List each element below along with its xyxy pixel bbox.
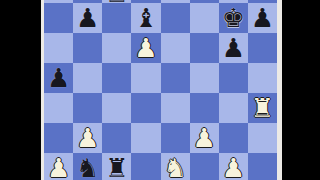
- square-a7: [44, 3, 73, 33]
- square-h6: [248, 33, 277, 63]
- piece-white-pawn-g2: ♟: [222, 155, 245, 180]
- square-a4: [44, 93, 73, 123]
- square-f6: [190, 33, 219, 63]
- chess-screenshot: ♜♟♝♚♟♟♟♟♜♟♟♟♞♜♞♟: [0, 0, 320, 180]
- square-e6: [161, 33, 190, 63]
- piece-black-pawn-a5: ♟: [47, 65, 70, 91]
- piece-white-knight-e2: ♞: [163, 155, 186, 180]
- piece-black-rook-c2: ♜: [105, 155, 128, 180]
- square-h2: [248, 153, 277, 180]
- square-c3: [102, 123, 131, 153]
- square-e2: ♞: [161, 153, 190, 180]
- square-e3: [161, 123, 190, 153]
- square-d7: ♝: [131, 3, 160, 33]
- piece-black-pawn-h7: ♟: [251, 5, 274, 31]
- chess-board: ♜♟♝♚♟♟♟♟♜♟♟♟♞♜♞♟: [44, 0, 277, 180]
- square-e4: [161, 93, 190, 123]
- square-h5: [248, 63, 277, 93]
- square-e5: [161, 63, 190, 93]
- square-f4: [190, 93, 219, 123]
- square-b4: [73, 93, 102, 123]
- piece-black-rook-c8: ♜: [105, 0, 128, 6]
- board-border-right: [277, 0, 282, 180]
- square-e7: [161, 3, 190, 33]
- square-f3: ♟: [190, 123, 219, 153]
- square-b6: [73, 33, 102, 63]
- square-a3: [44, 123, 73, 153]
- square-d6: ♟: [131, 33, 160, 63]
- square-g7: ♚: [219, 3, 248, 33]
- piece-white-rook-h4: ♜: [251, 95, 274, 121]
- piece-black-king-g7: ♚: [222, 5, 245, 31]
- square-c4: [102, 93, 131, 123]
- square-f2: [190, 153, 219, 180]
- square-a2: ♟: [44, 153, 73, 180]
- square-g4: [219, 93, 248, 123]
- square-a5: ♟: [44, 63, 73, 93]
- square-g3: [219, 123, 248, 153]
- piece-black-knight-b2: ♞: [76, 155, 99, 180]
- square-d3: [131, 123, 160, 153]
- square-b3: ♟: [73, 123, 102, 153]
- square-h7: ♟: [248, 3, 277, 33]
- square-b7: ♟: [73, 3, 102, 33]
- square-c8: ♜: [102, 0, 131, 3]
- square-d5: [131, 63, 160, 93]
- piece-white-pawn-f3: ♟: [193, 125, 216, 151]
- square-h3: [248, 123, 277, 153]
- square-d4: [131, 93, 160, 123]
- square-c2: ♜: [102, 153, 131, 180]
- square-h4: ♜: [248, 93, 277, 123]
- piece-white-pawn-a2: ♟: [47, 155, 70, 180]
- piece-white-pawn-d6: ♟: [134, 35, 157, 61]
- square-g5: [219, 63, 248, 93]
- piece-black-pawn-g6: ♟: [222, 35, 245, 61]
- square-a6: [44, 33, 73, 63]
- square-b2: ♞: [73, 153, 102, 180]
- square-c5: [102, 63, 131, 93]
- square-f5: [190, 63, 219, 93]
- square-f7: [190, 3, 219, 33]
- square-b5: [73, 63, 102, 93]
- square-g2: ♟: [219, 153, 248, 180]
- square-c6: [102, 33, 131, 63]
- piece-white-pawn-b3: ♟: [76, 125, 99, 151]
- piece-black-bishop-d7: ♝: [134, 5, 157, 31]
- piece-black-pawn-b7: ♟: [76, 5, 99, 31]
- square-g6: ♟: [219, 33, 248, 63]
- square-d2: [131, 153, 160, 180]
